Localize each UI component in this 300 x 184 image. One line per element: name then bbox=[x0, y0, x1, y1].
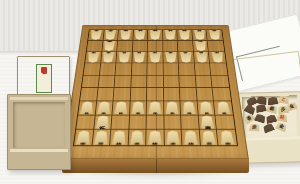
square-23[interactable]: 歩兵 bbox=[194, 52, 211, 64]
square-63[interactable]: 歩兵 bbox=[132, 52, 148, 64]
square-26[interactable] bbox=[196, 88, 214, 101]
piece-gote-n[interactable]: 桂馬 bbox=[193, 30, 206, 40]
square-68[interactable] bbox=[129, 115, 147, 130]
piece-kanji: 歩兵 bbox=[84, 107, 90, 108]
square-72[interactable] bbox=[117, 41, 133, 52]
piece-kanji: 歩兵 bbox=[118, 107, 124, 108]
piece-kanji: 歩兵 bbox=[186, 107, 192, 108]
square-74[interactable] bbox=[115, 63, 132, 75]
loose-piece[interactable] bbox=[262, 122, 275, 133]
square-86[interactable] bbox=[97, 88, 115, 101]
piece-kanji: 金将 bbox=[138, 35, 143, 36]
piece-kanji: 桂馬 bbox=[98, 137, 104, 138]
square-45[interactable] bbox=[163, 75, 180, 88]
piece-kanji: 桂馬 bbox=[108, 35, 113, 36]
square-15[interactable] bbox=[212, 75, 230, 88]
square-18[interactable] bbox=[216, 115, 235, 130]
piece-gote-p[interactable]: 歩兵 bbox=[102, 52, 115, 62]
square-54[interactable] bbox=[147, 63, 163, 75]
square-28[interactable]: 飛車 bbox=[199, 115, 218, 130]
piece-gote-p[interactable]: 歩兵 bbox=[180, 52, 193, 62]
piece-kanji: 歩兵 bbox=[106, 57, 111, 58]
board-front-edge bbox=[62, 158, 249, 173]
piece-gote-l[interactable]: 香車 bbox=[89, 30, 102, 40]
piece-kanji: 金将 bbox=[170, 137, 176, 138]
piece-kanji: 歩兵 bbox=[152, 107, 158, 108]
square-87[interactable]: 歩兵 bbox=[95, 101, 113, 115]
piece-gote-n[interactable]: 桂馬 bbox=[104, 30, 117, 40]
piece-kanji: 玉将 bbox=[152, 137, 158, 138]
left-box-label-seal bbox=[41, 67, 47, 73]
piece-kanji: 歩兵 bbox=[135, 107, 141, 108]
left-box-interior bbox=[13, 102, 65, 148]
square-71[interactable]: 銀将 bbox=[118, 30, 133, 41]
piece-sente-p[interactable]: 歩兵 bbox=[199, 102, 214, 115]
square-85[interactable] bbox=[98, 75, 115, 88]
piece-kanji: 歩兵 bbox=[91, 57, 96, 58]
piece-gote-p[interactable]: 歩兵 bbox=[117, 52, 130, 62]
square-66[interactable] bbox=[130, 88, 147, 101]
piece-kanji: 香車 bbox=[93, 35, 98, 36]
square-16[interactable] bbox=[213, 88, 231, 101]
square-27[interactable]: 歩兵 bbox=[197, 101, 215, 115]
shogi-set-photo: と金銀歩香桂歩金 香車桂馬銀将金将王将金将銀将桂馬香車飛車角行歩兵歩兵歩兵歩兵歩… bbox=[0, 0, 300, 184]
square-91[interactable]: 香車 bbox=[88, 30, 104, 41]
square-21[interactable]: 桂馬 bbox=[192, 30, 208, 41]
square-58[interactable] bbox=[147, 115, 165, 130]
square-14[interactable] bbox=[210, 63, 227, 75]
square-99[interactable]: 香車 bbox=[74, 130, 94, 145]
square-24[interactable] bbox=[195, 63, 212, 75]
square-37[interactable]: 歩兵 bbox=[181, 101, 199, 115]
left-box-front-rim bbox=[10, 149, 68, 152]
square-97[interactable]: 歩兵 bbox=[78, 101, 97, 115]
square-12[interactable] bbox=[208, 41, 224, 52]
loose-piece[interactable] bbox=[256, 95, 268, 105]
square-35[interactable] bbox=[180, 75, 197, 88]
piece-gote-l[interactable]: 香車 bbox=[208, 30, 221, 40]
piece-sente-k[interactable]: 玉将 bbox=[148, 131, 163, 145]
piece-sente-p[interactable]: 歩兵 bbox=[114, 102, 129, 115]
piece-sente-p[interactable]: 歩兵 bbox=[97, 102, 112, 115]
piece-sente-p[interactable]: 歩兵 bbox=[216, 102, 231, 115]
piece-gote-p[interactable]: 歩兵 bbox=[149, 52, 162, 62]
square-77[interactable]: 歩兵 bbox=[112, 101, 130, 115]
square-52[interactable] bbox=[148, 41, 163, 52]
square-78[interactable] bbox=[111, 115, 129, 130]
piece-gote-g[interactable]: 金将 bbox=[164, 30, 176, 40]
square-57[interactable]: 歩兵 bbox=[147, 101, 164, 115]
square-81[interactable]: 桂馬 bbox=[103, 30, 119, 41]
loose-piece[interactable]: 銀 bbox=[266, 104, 279, 114]
piece-sente-g[interactable]: 金将 bbox=[130, 131, 145, 145]
piece-kanji: 金将 bbox=[134, 137, 140, 138]
piece-gote-r[interactable]: 飛車 bbox=[103, 41, 116, 51]
piece-kanji: 銀将 bbox=[123, 35, 128, 36]
piece-sente-p[interactable]: 歩兵 bbox=[165, 102, 179, 115]
square-51[interactable]: 王将 bbox=[148, 30, 163, 41]
piece-gote-s[interactable]: 銀将 bbox=[119, 30, 132, 40]
piece-kanji: 飛車 bbox=[204, 122, 210, 123]
square-76[interactable] bbox=[114, 88, 131, 101]
square-89[interactable]: 桂馬 bbox=[92, 130, 111, 145]
square-67[interactable]: 歩兵 bbox=[130, 101, 147, 115]
square-94[interactable] bbox=[83, 63, 100, 75]
loose-piece[interactable]: 香 bbox=[242, 112, 256, 125]
piece-kanji: 歩兵 bbox=[137, 57, 142, 58]
square-36[interactable] bbox=[180, 88, 197, 101]
square-41[interactable]: 金将 bbox=[163, 30, 178, 41]
piece-kanji: 歩兵 bbox=[221, 107, 227, 108]
loose-piece[interactable]: 金 bbox=[275, 121, 288, 132]
piece-gote-p[interactable]: 歩兵 bbox=[86, 52, 100, 62]
piece-sente-b[interactable]: 角行 bbox=[95, 116, 110, 129]
piece-sente-p[interactable]: 歩兵 bbox=[131, 102, 145, 115]
piece-kanji: 香車 bbox=[80, 137, 86, 138]
piece-kanji: 歩兵 bbox=[152, 57, 157, 58]
piece-kanji: 香車 bbox=[224, 137, 230, 138]
square-65[interactable] bbox=[131, 75, 148, 88]
square-33[interactable]: 歩兵 bbox=[178, 52, 194, 64]
square-19[interactable]: 香車 bbox=[217, 130, 237, 145]
piece-kanji: 銀将 bbox=[116, 137, 122, 138]
square-55[interactable] bbox=[147, 75, 163, 88]
piece-kanji: 歩兵 bbox=[199, 57, 204, 58]
square-56[interactable] bbox=[147, 88, 164, 101]
piece-kanji: 角行 bbox=[198, 46, 203, 47]
piece-kanji: 歩兵 bbox=[215, 57, 220, 58]
piece-sente-n[interactable]: 桂馬 bbox=[201, 131, 217, 145]
piece-sente-p[interactable]: 歩兵 bbox=[79, 102, 94, 115]
square-22[interactable]: 角行 bbox=[193, 41, 209, 52]
shogi-board: 香車桂馬銀将金将王将金将銀将桂馬香車飛車角行歩兵歩兵歩兵歩兵歩兵歩兵歩兵歩兵歩兵… bbox=[62, 25, 249, 160]
loose-piece[interactable]: 桂 bbox=[276, 113, 288, 123]
square-39[interactable]: 銀将 bbox=[182, 130, 201, 145]
piece-gote-p[interactable]: 歩兵 bbox=[133, 52, 146, 62]
square-44[interactable] bbox=[163, 63, 179, 75]
square-73[interactable]: 歩兵 bbox=[116, 52, 132, 64]
piece-sente-p[interactable]: 歩兵 bbox=[148, 102, 162, 115]
piece-kanji: 銀将 bbox=[188, 137, 194, 138]
left-box-back-rim bbox=[10, 97, 68, 100]
left-box-label: 御将棋駒 bbox=[36, 64, 52, 93]
board-grid: 香車桂馬銀将金将王将金将銀将桂馬香車飛車角行歩兵歩兵歩兵歩兵歩兵歩兵歩兵歩兵歩兵… bbox=[73, 30, 238, 147]
loose-piece[interactable] bbox=[265, 114, 278, 124]
left-piece-box bbox=[7, 94, 71, 170]
loose-piece[interactable] bbox=[254, 113, 267, 124]
board-front-fold-seam bbox=[156, 159, 157, 173]
square-98[interactable] bbox=[76, 115, 95, 130]
square-64[interactable] bbox=[131, 63, 147, 75]
square-48[interactable] bbox=[164, 115, 182, 130]
right-box-rim bbox=[240, 136, 300, 141]
piece-gote-p[interactable]: 歩兵 bbox=[211, 52, 225, 62]
square-38[interactable] bbox=[181, 115, 199, 130]
square-47[interactable]: 歩兵 bbox=[164, 101, 181, 115]
square-75[interactable] bbox=[115, 75, 132, 88]
square-11[interactable]: 香車 bbox=[207, 30, 223, 41]
square-95[interactable] bbox=[82, 75, 100, 88]
piece-gote-g[interactable]: 金将 bbox=[134, 30, 146, 40]
piece-gote-p[interactable]: 歩兵 bbox=[195, 52, 208, 62]
square-46[interactable] bbox=[164, 88, 181, 101]
square-25[interactable] bbox=[196, 75, 213, 88]
square-96[interactable] bbox=[80, 88, 98, 101]
piece-kanji: 王将 bbox=[153, 35, 158, 36]
piece-kanji: 角行 bbox=[100, 122, 106, 123]
square-29[interactable]: 桂馬 bbox=[200, 130, 219, 145]
piece-sente-l[interactable]: 香車 bbox=[219, 131, 235, 145]
square-32[interactable] bbox=[178, 41, 194, 52]
square-43[interactable]: 歩兵 bbox=[163, 52, 179, 64]
square-59[interactable]: 玉将 bbox=[146, 130, 164, 145]
piece-sente-p[interactable]: 歩兵 bbox=[182, 102, 196, 115]
piece-kanji: 歩兵 bbox=[168, 57, 173, 58]
piece-kanji: 歩兵 bbox=[203, 107, 209, 108]
square-82[interactable]: 飛車 bbox=[102, 41, 118, 52]
square-34[interactable] bbox=[179, 63, 196, 75]
square-62[interactable] bbox=[133, 41, 148, 52]
piece-kanji: 歩兵 bbox=[183, 57, 188, 58]
loose-piece[interactable]: と bbox=[278, 95, 290, 104]
piece-sente-g[interactable]: 金将 bbox=[166, 131, 181, 145]
square-92[interactable] bbox=[87, 41, 103, 52]
piece-sente-l[interactable]: 香車 bbox=[75, 131, 91, 145]
piece-kanji: 歩兵 bbox=[169, 107, 175, 108]
piece-gote-k[interactable]: 王将 bbox=[149, 30, 161, 40]
loose-piece[interactable]: 歩 bbox=[249, 123, 261, 132]
piece-kanji: 歩兵 bbox=[101, 107, 107, 108]
piece-sente-r[interactable]: 飛車 bbox=[200, 116, 215, 129]
piece-sente-s[interactable]: 銀将 bbox=[183, 131, 198, 145]
piece-kanji: 香車 bbox=[212, 35, 217, 36]
square-61[interactable]: 金将 bbox=[133, 30, 148, 41]
piece-gote-p[interactable]: 歩兵 bbox=[164, 52, 177, 62]
right-box-opening: と金銀歩香桂歩金 bbox=[242, 95, 298, 137]
board-surface: 香車桂馬銀将金将王将金将銀将桂馬香車飛車角行歩兵歩兵歩兵歩兵歩兵歩兵歩兵歩兵歩兵… bbox=[62, 25, 249, 160]
square-83[interactable]: 歩兵 bbox=[101, 52, 118, 64]
square-53[interactable]: 歩兵 bbox=[148, 52, 164, 64]
piece-gote-b[interactable]: 角行 bbox=[194, 41, 207, 51]
square-31[interactable]: 銀将 bbox=[177, 30, 192, 41]
square-84[interactable] bbox=[99, 63, 116, 75]
square-42[interactable] bbox=[163, 41, 178, 52]
square-13[interactable]: 歩兵 bbox=[209, 52, 226, 64]
square-79[interactable]: 銀将 bbox=[110, 130, 129, 145]
piece-sente-s[interactable]: 銀将 bbox=[112, 131, 127, 145]
square-17[interactable]: 歩兵 bbox=[214, 101, 233, 115]
piece-kanji: 桂馬 bbox=[206, 137, 212, 138]
square-69[interactable]: 金将 bbox=[128, 130, 146, 145]
piece-sente-n[interactable]: 桂馬 bbox=[93, 131, 109, 145]
square-93[interactable]: 歩兵 bbox=[85, 52, 102, 64]
piece-kanji: 銀将 bbox=[182, 35, 187, 36]
piece-kanji: 歩兵 bbox=[121, 57, 126, 58]
piece-gote-s[interactable]: 銀将 bbox=[178, 30, 191, 40]
square-88[interactable]: 角行 bbox=[94, 115, 113, 130]
square-49[interactable]: 金将 bbox=[164, 130, 182, 145]
piece-kanji: 桂馬 bbox=[197, 35, 202, 36]
loose-piece[interactable] bbox=[267, 96, 279, 105]
piece-kanji: 金将 bbox=[167, 35, 172, 36]
piece-kanji: 飛車 bbox=[107, 46, 112, 47]
